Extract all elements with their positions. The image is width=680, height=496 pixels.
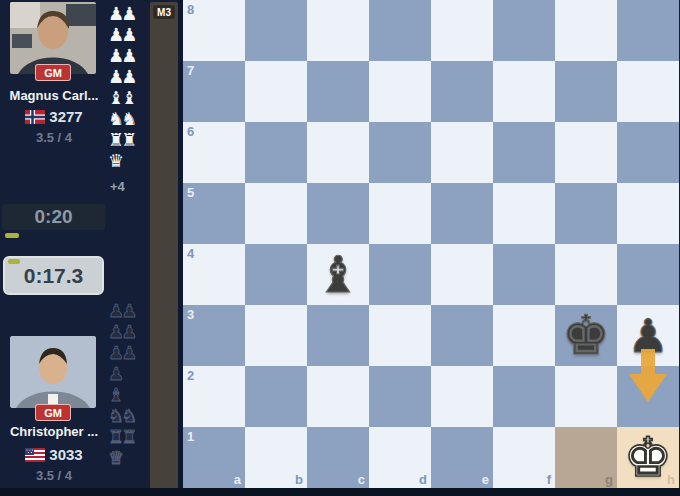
captured-row: ♟♟ — [108, 24, 150, 45]
captured-row: ♟♟ — [108, 45, 150, 66]
square-a8[interactable]: 8 — [183, 0, 245, 61]
rating-value-top: 3277 — [49, 108, 82, 125]
captured-row: ♜♜ — [108, 129, 150, 150]
square-a7[interactable]: 7 — [183, 61, 245, 122]
square-e8[interactable] — [431, 0, 493, 61]
square-d8[interactable] — [369, 0, 431, 61]
square-c7[interactable] — [307, 61, 369, 122]
square-b7[interactable] — [245, 61, 307, 122]
square-c4[interactable]: ♝ — [307, 244, 369, 305]
file-label-f: f — [547, 472, 551, 487]
square-d3[interactable] — [369, 305, 431, 366]
square-d5[interactable] — [369, 183, 431, 244]
square-d4[interactable] — [369, 244, 431, 305]
rank-label-1: 1 — [187, 429, 194, 444]
bottom-strip — [0, 488, 680, 496]
square-b5[interactable] — [245, 183, 307, 244]
square-d1[interactable]: d — [369, 427, 431, 488]
square-e7[interactable] — [431, 61, 493, 122]
square-g6[interactable] — [555, 122, 617, 183]
rank-label-5: 5 — [187, 185, 194, 200]
square-a6[interactable]: 6 — [183, 122, 245, 183]
match-score-bottom: 3.5 / 4 — [0, 468, 108, 483]
square-b1[interactable]: b — [245, 427, 307, 488]
captured-tray-top: ♟♟ ♟♟ ♟♟ ♟♟ ♝♝ ♞♞ ♜♜ ♛ — [108, 3, 150, 171]
rank-label-4: 4 — [187, 246, 194, 261]
chess-board[interactable]: 8 7 6 5 4 ♝ — [183, 0, 679, 488]
square-c1[interactable]: c — [307, 427, 369, 488]
square-g5[interactable] — [555, 183, 617, 244]
player-name-bottom: Christopher ... — [0, 424, 108, 439]
square-f4[interactable] — [493, 244, 555, 305]
square-g1-lastmove-from[interactable]: g — [555, 427, 617, 488]
captured-row: ♟♟ — [108, 342, 150, 363]
square-b8[interactable] — [245, 0, 307, 61]
player-photo-bottom — [10, 336, 96, 408]
square-b4[interactable] — [245, 244, 307, 305]
square-a2[interactable]: 2 — [183, 366, 245, 427]
rank-label-8: 8 — [187, 2, 194, 17]
player-rating-bottom: 3033 — [0, 446, 108, 463]
captured-row: ♟♟ — [108, 66, 150, 87]
us-flag-icon — [25, 448, 45, 462]
title-badge-top: GM — [35, 64, 71, 81]
square-g2[interactable] — [555, 366, 617, 427]
square-c3[interactable] — [307, 305, 369, 366]
square-e6[interactable] — [431, 122, 493, 183]
square-a5[interactable]: 5 — [183, 183, 245, 244]
square-f5[interactable] — [493, 183, 555, 244]
captured-row: ♟♟ — [108, 300, 150, 321]
square-h6[interactable] — [617, 122, 679, 183]
player-rating-top: 3277 — [0, 108, 108, 125]
square-a1[interactable]: 1a — [183, 427, 245, 488]
captured-row: ♟♟ — [108, 3, 150, 24]
square-h8[interactable] — [617, 0, 679, 61]
captured-row: ♛ — [108, 150, 150, 171]
captured-row: ♝♝ — [108, 87, 150, 108]
square-a4[interactable]: 4 — [183, 244, 245, 305]
square-f8[interactable] — [493, 0, 555, 61]
square-h2[interactable] — [617, 366, 679, 427]
square-h1-lastmove-to[interactable]: h♚ — [617, 427, 679, 488]
time-progress-chip-bottom — [8, 259, 20, 264]
clock-top: 0:20 — [2, 204, 105, 230]
title-badge-bottom: GM — [35, 404, 71, 421]
black-king-g3[interactable]: ♚ — [555, 305, 617, 366]
captured-row: ♞♞ — [108, 405, 150, 426]
evaluation-label: M3 — [153, 5, 175, 19]
square-f2[interactable] — [493, 366, 555, 427]
captured-row: ♟ — [108, 363, 150, 384]
square-e2[interactable] — [431, 366, 493, 427]
square-a3[interactable]: 3 — [183, 305, 245, 366]
square-b6[interactable] — [245, 122, 307, 183]
square-b2[interactable] — [245, 366, 307, 427]
file-label-e: e — [482, 472, 489, 487]
captured-tray-bottom: ♟♟ ♟♟ ♟♟ ♟ ♝ ♞♞ ♜♜ ♛ — [108, 300, 150, 468]
rank-label-2: 2 — [187, 368, 194, 383]
captured-row: ♟♟ — [108, 321, 150, 342]
captured-row: ♜♜ — [108, 426, 150, 447]
square-d2[interactable] — [369, 366, 431, 427]
square-d6[interactable] — [369, 122, 431, 183]
captured-row: ♛ — [108, 447, 150, 468]
rank-label-7: 7 — [187, 63, 194, 78]
captured-row: ♞♞ — [108, 108, 150, 129]
avatar-bottom-illustration — [10, 336, 96, 408]
square-f6[interactable] — [493, 122, 555, 183]
file-label-c: c — [358, 472, 365, 487]
file-label-d: d — [419, 472, 427, 487]
square-e3[interactable] — [431, 305, 493, 366]
player-name-top: Magnus Carl... — [0, 88, 108, 103]
file-label-b: b — [295, 472, 303, 487]
material-advantage: +4 — [110, 179, 150, 194]
black-bishop-c4[interactable]: ♝ — [307, 244, 369, 305]
chess-app: GM Magnus Carl... 3277 3.5 / 4 ♟♟ ♟♟ ♟♟ … — [0, 0, 680, 496]
square-h7[interactable] — [617, 61, 679, 122]
square-c2[interactable] — [307, 366, 369, 427]
square-g7[interactable] — [555, 61, 617, 122]
rank-label-6: 6 — [187, 124, 194, 139]
square-e1[interactable]: e — [431, 427, 493, 488]
square-c8[interactable] — [307, 0, 369, 61]
match-score-top: 3.5 / 4 — [0, 130, 108, 145]
square-g4[interactable] — [555, 244, 617, 305]
file-label-a: a — [234, 472, 241, 487]
square-e4[interactable] — [431, 244, 493, 305]
square-h5[interactable] — [617, 183, 679, 244]
rank-label-3: 3 — [187, 307, 194, 322]
file-label-g: g — [605, 472, 613, 487]
square-g8[interactable] — [555, 0, 617, 61]
white-king-h1[interactable]: ♚ — [617, 427, 679, 488]
square-g3[interactable]: ♚ — [555, 305, 617, 366]
square-h3[interactable]: ♟ — [617, 305, 679, 366]
square-h4[interactable] — [617, 244, 679, 305]
square-f1[interactable]: f — [493, 427, 555, 488]
square-f7[interactable] — [493, 61, 555, 122]
square-d7[interactable] — [369, 61, 431, 122]
square-e5[interactable] — [431, 183, 493, 244]
norway-flag-icon — [25, 110, 45, 124]
black-pawn-h3[interactable]: ♟ — [617, 305, 679, 366]
rating-value-bottom: 3033 — [49, 446, 82, 463]
square-c5[interactable] — [307, 183, 369, 244]
square-c6[interactable] — [307, 122, 369, 183]
square-b3[interactable] — [245, 305, 307, 366]
captured-row: ♝ — [108, 384, 150, 405]
evaluation-bar: M3 — [150, 2, 178, 489]
time-progress-chip-top — [5, 233, 19, 238]
square-f3[interactable] — [493, 305, 555, 366]
